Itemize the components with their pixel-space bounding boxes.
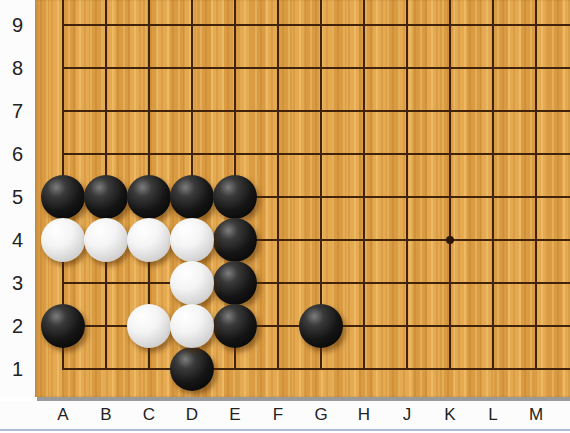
row-label-2: 2 <box>0 313 35 339</box>
column-label-K: K <box>428 401 472 429</box>
column-label-C: C <box>127 401 171 429</box>
grid-line-col-M <box>535 0 537 370</box>
row-label-4: 4 <box>0 227 35 253</box>
row-coordinate-strip: 987654321 <box>0 0 35 397</box>
grid-line-row-6 <box>62 153 570 155</box>
column-coordinate-strip: ABCDEFGHJKLM <box>0 401 570 429</box>
stone-black-E5[interactable] <box>213 175 257 219</box>
column-label-J: J <box>385 401 429 429</box>
go-board-app: 987654321 ABCDEFGHJKLM <box>0 0 570 433</box>
stone-black-C5[interactable] <box>127 175 171 219</box>
grid-line-col-L <box>492 0 494 370</box>
grid-line-row-7 <box>62 110 570 112</box>
stone-black-D1[interactable] <box>170 347 214 391</box>
stone-black-E2[interactable] <box>213 304 257 348</box>
grid-line-row-3 <box>62 282 570 284</box>
grid-line-row-1 <box>62 368 570 370</box>
stone-black-E3[interactable] <box>213 261 257 305</box>
stone-black-B5[interactable] <box>84 175 128 219</box>
stone-white-C4[interactable] <box>127 218 171 262</box>
column-label-F: F <box>256 401 300 429</box>
go-board[interactable] <box>35 0 570 397</box>
stone-black-D5[interactable] <box>170 175 214 219</box>
column-label-H: H <box>342 401 386 429</box>
stone-black-A5[interactable] <box>41 175 85 219</box>
column-label-D: D <box>170 401 214 429</box>
grid-line-col-F <box>277 0 279 370</box>
row-label-3: 3 <box>0 270 35 296</box>
stone-white-A4[interactable] <box>41 218 85 262</box>
row-label-6: 6 <box>0 141 35 167</box>
row-label-1: 1 <box>0 356 35 382</box>
stone-black-G2[interactable] <box>299 304 343 348</box>
stone-white-D3[interactable] <box>170 261 214 305</box>
column-label-B: B <box>84 401 128 429</box>
grid-line-col-J <box>406 0 408 370</box>
window-bottom-border <box>0 429 570 431</box>
row-label-8: 8 <box>0 55 35 81</box>
stone-white-B4[interactable] <box>84 218 128 262</box>
stone-black-E4[interactable] <box>213 218 257 262</box>
column-label-M: M <box>514 401 558 429</box>
grid-line-col-K <box>449 0 451 370</box>
stone-white-C2[interactable] <box>127 304 171 348</box>
stone-black-A2[interactable] <box>41 304 85 348</box>
column-label-G: G <box>299 401 343 429</box>
row-label-5: 5 <box>0 184 35 210</box>
column-label-A: A <box>41 401 85 429</box>
row-label-7: 7 <box>0 98 35 124</box>
stone-white-D4[interactable] <box>170 218 214 262</box>
star-point-K4 <box>446 236 454 244</box>
grid-line-col-H <box>363 0 365 370</box>
row-label-9: 9 <box>0 12 35 38</box>
column-label-E: E <box>213 401 257 429</box>
grid-line-row-9 <box>62 24 570 26</box>
column-label-L: L <box>471 401 515 429</box>
stone-white-D2[interactable] <box>170 304 214 348</box>
grid-line-row-8 <box>62 67 570 69</box>
